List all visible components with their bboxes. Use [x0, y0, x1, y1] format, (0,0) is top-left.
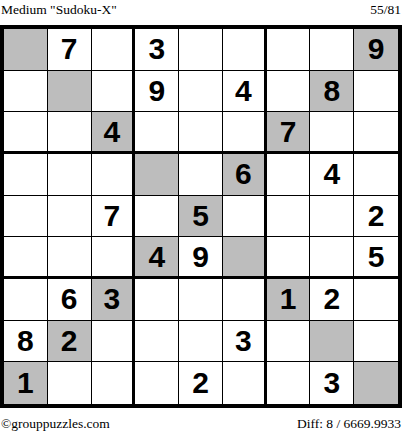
cell-r8c7[interactable]: [267, 321, 311, 363]
cell-r3c8[interactable]: [310, 112, 354, 154]
cell-r5c3[interactable]: 7: [92, 196, 136, 238]
cell-r7c6[interactable]: [223, 279, 267, 321]
sudoku-page: Medium "Sudoku-X" 55/81 7399484764752495…: [0, 0, 402, 437]
cell-r6c4[interactable]: 4: [135, 237, 179, 279]
cell-r8c2[interactable]: 2: [48, 321, 92, 363]
difficulty-text: Diff: 8 / 6669.9933: [297, 416, 401, 432]
cell-r8c9[interactable]: [354, 321, 398, 363]
cell-r5c7[interactable]: [267, 196, 311, 238]
cell-r7c4[interactable]: [135, 279, 179, 321]
cell-r9c3[interactable]: [92, 362, 136, 404]
cell-r4c6[interactable]: 6: [223, 154, 267, 196]
cell-r7c1[interactable]: [4, 279, 48, 321]
cell-r1c9[interactable]: 9: [354, 29, 398, 71]
cell-r2c9[interactable]: [354, 71, 398, 113]
cell-r8c6[interactable]: 3: [223, 321, 267, 363]
sudoku-board: 73994847647524956312823123: [0, 25, 402, 408]
cell-r9c7[interactable]: [267, 362, 311, 404]
cell-r1c3[interactable]: [92, 29, 136, 71]
cell-r5c2[interactable]: [48, 196, 92, 238]
cell-r2c2[interactable]: [48, 71, 92, 113]
cell-r8c1[interactable]: 8: [4, 321, 48, 363]
cell-r9c9[interactable]: [354, 362, 398, 404]
cell-r7c9[interactable]: [354, 279, 398, 321]
cell-r5c6[interactable]: [223, 196, 267, 238]
cell-r3c9[interactable]: [354, 112, 398, 154]
cell-r3c3[interactable]: 4: [92, 112, 136, 154]
puzzle-title: Medium "Sudoku-X": [1, 2, 117, 18]
cell-r4c1[interactable]: [4, 154, 48, 196]
cell-r4c7[interactable]: [267, 154, 311, 196]
cell-r5c8[interactable]: [310, 196, 354, 238]
cell-r6c5[interactable]: 9: [179, 237, 223, 279]
cell-r2c4[interactable]: 9: [135, 71, 179, 113]
cell-r2c5[interactable]: [179, 71, 223, 113]
cell-r3c4[interactable]: [135, 112, 179, 154]
cell-r8c5[interactable]: [179, 321, 223, 363]
cell-r4c8[interactable]: 4: [310, 154, 354, 196]
cell-r2c7[interactable]: [267, 71, 311, 113]
cell-r6c6[interactable]: [223, 237, 267, 279]
cell-r2c1[interactable]: [4, 71, 48, 113]
cell-r5c4[interactable]: [135, 196, 179, 238]
cell-r7c8[interactable]: 2: [310, 279, 354, 321]
cell-r4c2[interactable]: [48, 154, 92, 196]
cell-r7c7[interactable]: 1: [267, 279, 311, 321]
cell-r6c7[interactable]: [267, 237, 311, 279]
cell-r1c5[interactable]: [179, 29, 223, 71]
copyright-text: ©grouppuzzles.com: [1, 416, 110, 432]
cell-r8c8[interactable]: [310, 321, 354, 363]
cell-r8c3[interactable]: [92, 321, 136, 363]
cell-r6c1[interactable]: [4, 237, 48, 279]
cell-r3c1[interactable]: [4, 112, 48, 154]
cell-r1c8[interactable]: [310, 29, 354, 71]
cell-r1c2[interactable]: 7: [48, 29, 92, 71]
cell-r5c5[interactable]: 5: [179, 196, 223, 238]
cell-r1c4[interactable]: 3: [135, 29, 179, 71]
cell-r9c2[interactable]: [48, 362, 92, 404]
cell-r9c1[interactable]: 1: [4, 362, 48, 404]
header-bar: Medium "Sudoku-X" 55/81: [0, 0, 402, 25]
cell-r9c8[interactable]: 3: [310, 362, 354, 404]
cell-r2c6[interactable]: 4: [223, 71, 267, 113]
cell-r4c5[interactable]: [179, 154, 223, 196]
cell-r6c9[interactable]: 5: [354, 237, 398, 279]
cell-r1c1[interactable]: [4, 29, 48, 71]
cell-r6c3[interactable]: [92, 237, 136, 279]
cell-r9c4[interactable]: [135, 362, 179, 404]
cell-r2c8[interactable]: 8: [310, 71, 354, 113]
cell-r4c9[interactable]: [354, 154, 398, 196]
cell-r6c2[interactable]: [48, 237, 92, 279]
cell-r4c4[interactable]: [135, 154, 179, 196]
cell-r7c2[interactable]: 6: [48, 279, 92, 321]
cell-r6c8[interactable]: [310, 237, 354, 279]
cell-r3c5[interactable]: [179, 112, 223, 154]
progress-counter: 55/81: [370, 2, 401, 18]
cell-r3c7[interactable]: 7: [267, 112, 311, 154]
cell-r7c5[interactable]: [179, 279, 223, 321]
footer-bar: ©grouppuzzles.com Diff: 8 / 6669.9933: [0, 408, 402, 437]
cell-r3c2[interactable]: [48, 112, 92, 154]
cell-r9c5[interactable]: 2: [179, 362, 223, 404]
cell-r7c3[interactable]: 3: [92, 279, 136, 321]
cell-r5c1[interactable]: [4, 196, 48, 238]
cell-r8c4[interactable]: [135, 321, 179, 363]
cell-r5c9[interactable]: 2: [354, 196, 398, 238]
cell-r1c6[interactable]: [223, 29, 267, 71]
cell-r2c3[interactable]: [92, 71, 136, 113]
cell-r3c6[interactable]: [223, 112, 267, 154]
cell-r9c6[interactable]: [223, 362, 267, 404]
cell-r4c3[interactable]: [92, 154, 136, 196]
cell-r1c7[interactable]: [267, 29, 311, 71]
